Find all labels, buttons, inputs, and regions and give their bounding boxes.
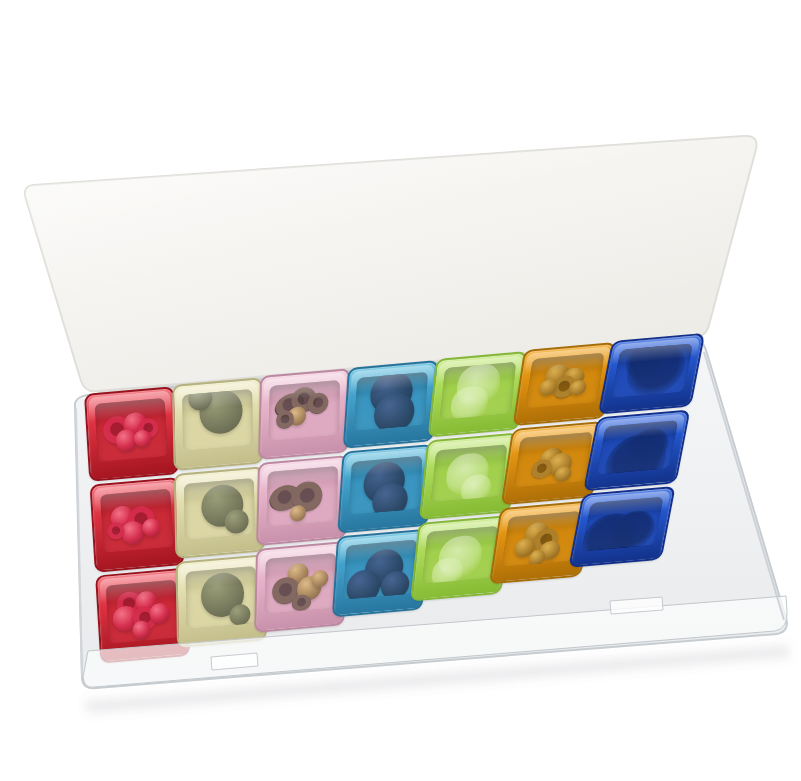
compartment-interior [264, 553, 336, 614]
compartment-interior [185, 566, 257, 629]
compartment-r2c7 [583, 409, 690, 491]
item-cap [121, 520, 145, 544]
item-blob [430, 556, 463, 583]
compartment-grid [0, 0, 801, 781]
compartment-r1c1 [84, 386, 179, 482]
item-ball [229, 603, 251, 626]
compartment-interior [100, 489, 174, 553]
item-ring [291, 594, 311, 612]
compartment-r2c3 [256, 455, 348, 547]
compartment-interior [266, 466, 338, 527]
compartment-interior [268, 380, 340, 441]
compartment-interior [431, 444, 508, 502]
compartment-interior [525, 353, 605, 409]
compartment-r3c7 [568, 486, 675, 568]
compartment-r3c3 [254, 541, 346, 633]
item-cap [132, 620, 151, 640]
item-blob [450, 385, 490, 420]
item-ring [530, 458, 553, 479]
item-ring [276, 410, 295, 430]
item-mass [626, 427, 673, 468]
item-cap [290, 505, 306, 522]
compartment-r2c2 [174, 466, 266, 560]
compartment-r1c2 [172, 377, 264, 471]
compartment-interior [105, 580, 179, 644]
item-cap [133, 430, 151, 448]
compartment-r1c4 [343, 360, 439, 449]
compartment-interior [348, 456, 423, 515]
compartment-interior [94, 398, 168, 462]
organizer-box-photo [0, 0, 801, 781]
compartment-interior [354, 371, 429, 430]
compartment-interior [513, 432, 593, 488]
compartment-r2c1 [90, 477, 185, 573]
compartment-column-cream [172, 377, 267, 648]
item-cap [142, 517, 161, 537]
compartment-interior [611, 343, 693, 398]
compartment-r3c2 [175, 554, 267, 648]
item-ball [224, 509, 248, 535]
compartment-r1c3 [258, 368, 350, 460]
item-cap [149, 603, 170, 624]
compartment-interior [343, 540, 418, 599]
item-ball [345, 568, 381, 599]
item-cap [311, 569, 328, 587]
compartment-interior [184, 478, 256, 541]
compartment-interior [422, 526, 499, 584]
compartment-interior [581, 497, 663, 552]
compartment-interior [439, 362, 516, 420]
compartment-interior [596, 420, 678, 475]
compartment-r1c7 [598, 333, 705, 415]
compartment-interior [182, 389, 254, 452]
